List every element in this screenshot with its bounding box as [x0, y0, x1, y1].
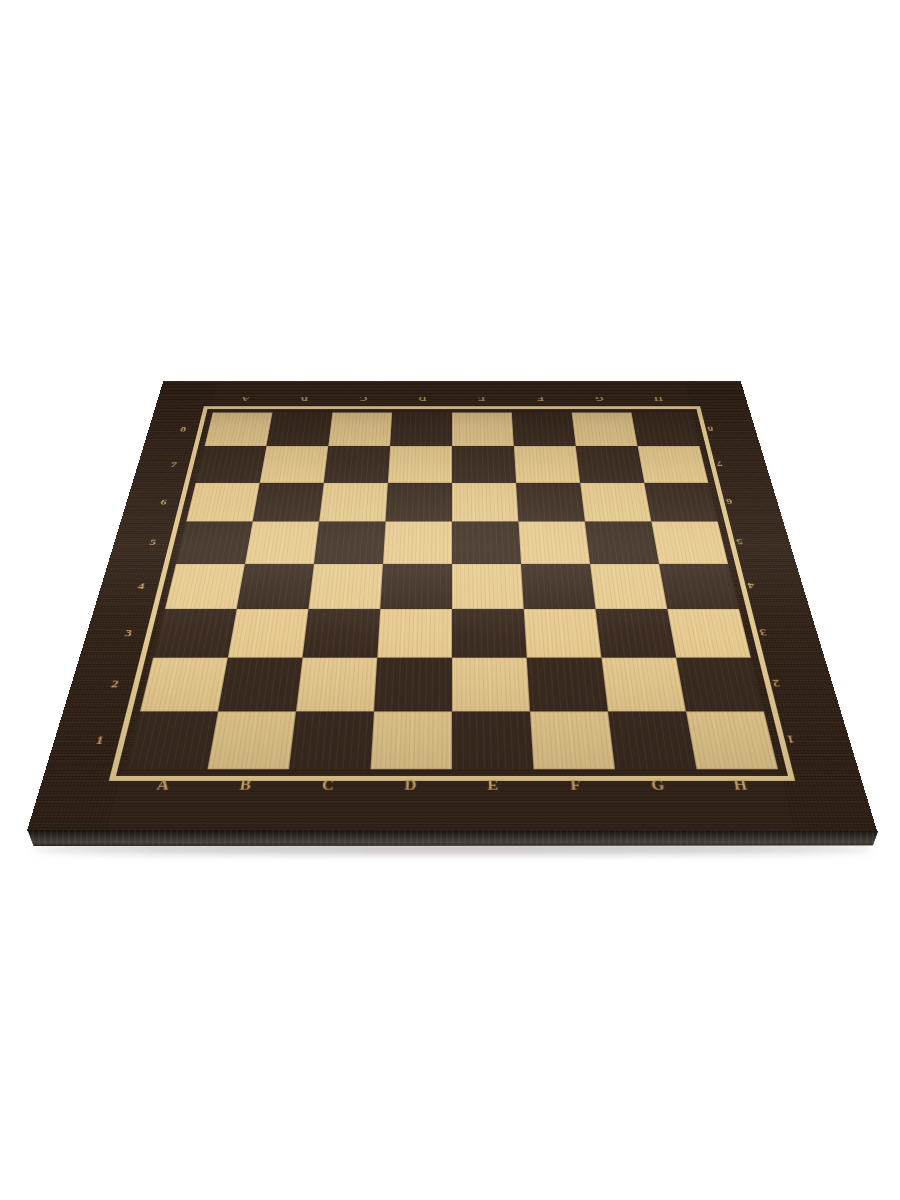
square-a1 [126, 711, 218, 769]
square-a2 [140, 658, 228, 711]
square-b5 [245, 522, 319, 564]
square-a6 [186, 483, 260, 522]
file-label-top-e: E [452, 395, 511, 404]
rank-label-right-1: 1 [764, 711, 858, 769]
rank-label-right-3: 3 [739, 609, 825, 658]
square-e3 [452, 609, 527, 658]
square-h4 [659, 564, 739, 609]
rank-label-right-8: 8 [691, 413, 760, 447]
square-c5 [314, 522, 386, 564]
square-d6 [386, 483, 452, 522]
square-b3 [228, 609, 309, 658]
rank-label-left-7: 7 [133, 446, 205, 482]
square-h6 [644, 483, 718, 522]
square-a8 [204, 413, 272, 447]
square-c1 [289, 711, 374, 769]
square-f7 [514, 446, 580, 482]
file-label-top-d: D [393, 395, 452, 404]
file-label-bottom-e: E [452, 776, 535, 795]
square-c3 [303, 609, 381, 658]
square-h7 [638, 446, 709, 482]
square-g4 [590, 564, 667, 609]
square-d7 [388, 446, 452, 482]
square-b2 [218, 658, 302, 711]
file-label-bottom-g: G [616, 776, 701, 795]
square-f5 [518, 522, 590, 564]
square-d8 [390, 413, 452, 447]
square-g5 [585, 522, 659, 564]
chessboard: ABCDEFGH ABCDEFGH 87654321 87654321 [27, 381, 877, 831]
square-g1 [608, 711, 697, 769]
square-g3 [596, 609, 677, 658]
rank-label-right-4: 4 [728, 564, 810, 609]
square-a5 [176, 522, 253, 564]
file-label-top-h: H [628, 395, 689, 404]
square-d5 [383, 522, 452, 564]
rank-label-right-2: 2 [751, 658, 841, 711]
square-d3 [377, 609, 452, 658]
file-label-top-a: A [215, 395, 276, 404]
square-b1 [207, 711, 296, 769]
square-b7 [260, 446, 328, 482]
file-label-bottom-b: B [203, 776, 288, 795]
square-d4 [380, 564, 452, 609]
file-label-top-b: B [274, 395, 334, 404]
square-g2 [601, 658, 685, 711]
square-e8 [452, 413, 514, 447]
rank-label-left-6: 6 [121, 483, 196, 522]
file-label-bottom-f: F [534, 776, 618, 795]
file-label-top-c: C [333, 395, 393, 404]
square-e7 [452, 446, 516, 482]
square-f1 [530, 711, 615, 769]
square-e1 [452, 711, 534, 769]
square-h2 [676, 658, 764, 711]
square-c4 [308, 564, 383, 609]
square-d1 [370, 711, 452, 769]
rank-label-left-5: 5 [108, 522, 186, 564]
square-f2 [527, 658, 608, 711]
square-d2 [374, 658, 452, 711]
square-b4 [237, 564, 314, 609]
square-g6 [580, 483, 651, 522]
square-g8 [572, 413, 638, 447]
rank-label-left-8: 8 [144, 413, 213, 447]
product-photo: ABCDEFGH ABCDEFGH 87654321 87654321 [0, 0, 900, 1200]
file-label-top-f: F [511, 395, 571, 404]
square-e2 [452, 658, 530, 711]
square-e5 [452, 522, 521, 564]
rank-label-left-4: 4 [94, 564, 176, 609]
square-c6 [319, 483, 388, 522]
square-e6 [452, 483, 518, 522]
file-labels-bottom: ABCDEFGH [120, 776, 784, 795]
file-label-bottom-c: C [286, 776, 370, 795]
file-label-bottom-h: H [698, 776, 784, 795]
square-f8 [512, 413, 576, 447]
square-c8 [328, 413, 392, 447]
playing-field [126, 413, 778, 770]
rank-label-left-1: 1 [46, 711, 140, 769]
square-f6 [516, 483, 585, 522]
rank-label-right-7: 7 [700, 446, 772, 482]
square-a7 [196, 446, 267, 482]
rank-label-right-5: 5 [718, 522, 796, 564]
square-a3 [153, 609, 237, 658]
square-b6 [253, 483, 324, 522]
square-b8 [266, 413, 332, 447]
rank-label-left-2: 2 [63, 658, 153, 711]
square-h8 [631, 413, 699, 447]
square-g7 [576, 446, 644, 482]
square-e4 [452, 564, 524, 609]
rank-label-right-6: 6 [708, 483, 783, 522]
file-label-bottom-d: D [369, 776, 452, 795]
board-shadow [34, 844, 872, 853]
square-h3 [667, 609, 751, 658]
square-h5 [651, 522, 728, 564]
file-label-bottom-a: A [120, 776, 206, 795]
square-f4 [521, 564, 596, 609]
square-f3 [524, 609, 602, 658]
file-label-top-g: G [569, 395, 629, 404]
square-a4 [165, 564, 245, 609]
square-c2 [296, 658, 377, 711]
square-h1 [686, 711, 778, 769]
square-c7 [324, 446, 390, 482]
file-labels-top: ABCDEFGH [215, 395, 689, 404]
rank-label-left-3: 3 [79, 609, 165, 658]
